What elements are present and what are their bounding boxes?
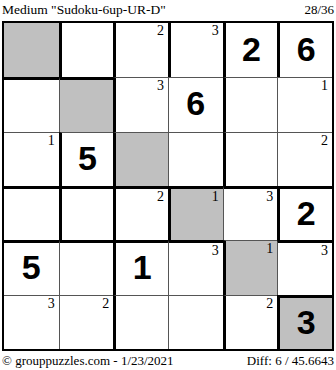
cell-r4c4[interactable]: 1 [168, 186, 223, 240]
cell-r1c1[interactable] [4, 23, 59, 77]
pencil-mark: 1 [212, 189, 219, 205]
cell-r2c6[interactable]: 1 [277, 77, 332, 131]
cell-r5c4[interactable]: 3 [168, 240, 223, 294]
cell-r5c1[interactable]: 5 [4, 240, 59, 294]
cell-r4c3[interactable]: 2 [113, 186, 168, 240]
given-digit: 5 [62, 133, 114, 186]
cell-r3c1[interactable]: 1 [4, 132, 59, 186]
pencil-mark: 3 [157, 78, 164, 94]
given-digit: 6 [280, 23, 332, 77]
cell-r1c4[interactable]: 3 [168, 23, 223, 77]
cell-r1c6[interactable]: 6 [277, 23, 332, 77]
header: Medium "Sudoku-6up-UR-D" 28/36 [2, 1, 334, 20]
cell-r2c1[interactable] [4, 77, 59, 131]
cell-r6c1[interactable]: 3 [4, 295, 59, 349]
cell-r1c3[interactable]: 2 [113, 23, 168, 77]
cell-r3c4[interactable] [168, 132, 223, 186]
given-digit: 2 [280, 189, 332, 240]
pencil-mark: 2 [321, 133, 328, 149]
cell-r6c6[interactable]: 3 [277, 295, 332, 349]
cell-r6c3[interactable] [113, 295, 168, 349]
cell-r4c5[interactable]: 3 [223, 186, 278, 240]
given-digit: 1 [116, 243, 168, 294]
cell-r5c5[interactable]: 1 [223, 240, 278, 294]
given-digit: 2 [226, 23, 278, 77]
cell-r4c2[interactable] [59, 186, 114, 240]
puzzle-title: Medium "Sudoku-6up-UR-D" [2, 1, 166, 18]
pencil-mark: 3 [266, 189, 273, 205]
given-digit: 6 [169, 78, 223, 131]
pencil-mark: 3 [212, 23, 219, 39]
cell-r6c5[interactable]: 2 [223, 295, 278, 349]
cell-r6c4[interactable] [168, 295, 223, 349]
cell-r5c3[interactable]: 1 [113, 240, 168, 294]
cell-r5c2[interactable] [59, 240, 114, 294]
pencil-mark: 1 [321, 78, 328, 94]
cell-r1c2[interactable] [59, 23, 114, 77]
copyright-date: © grouppuzzles.com - 1/23/2021 [2, 353, 174, 368]
cell-r6c2[interactable]: 2 [59, 295, 114, 349]
cell-r3c3[interactable] [113, 132, 168, 186]
cell-r2c4[interactable]: 6 [168, 77, 223, 131]
pencil-mark: 2 [266, 296, 273, 312]
pencil-mark: 3 [321, 243, 328, 259]
cell-r3c5[interactable] [223, 132, 278, 186]
pencil-mark: 2 [157, 23, 164, 39]
cell-r4c6[interactable]: 2 [277, 186, 332, 240]
pencil-mark: 1 [48, 133, 55, 149]
cell-r2c5[interactable] [223, 77, 278, 131]
cell-r3c2[interactable]: 5 [59, 132, 114, 186]
difficulty-rating: Diff: 6 / 45.6643 [247, 353, 334, 368]
given-digit: 3 [280, 298, 332, 349]
pencil-mark: 2 [157, 189, 164, 205]
cell-r2c2[interactable] [59, 77, 114, 131]
progress-count: 28/36 [304, 1, 334, 18]
footer: © grouppuzzles.com - 1/23/2021 Diff: 6 /… [2, 352, 334, 368]
cell-r2c3[interactable]: 3 [113, 77, 168, 131]
pencil-mark: 1 [266, 241, 273, 257]
given-digit: 5 [4, 243, 59, 294]
pencil-mark: 2 [102, 296, 109, 312]
cell-r4c1[interactable] [4, 186, 59, 240]
cell-r1c5[interactable]: 2 [223, 23, 278, 77]
sudoku-grid: 23263611522132513133223 [2, 21, 334, 351]
pencil-mark: 3 [48, 296, 55, 312]
cell-r3c6[interactable]: 2 [277, 132, 332, 186]
pencil-mark: 3 [212, 243, 219, 259]
cell-r5c6[interactable]: 3 [277, 240, 332, 294]
